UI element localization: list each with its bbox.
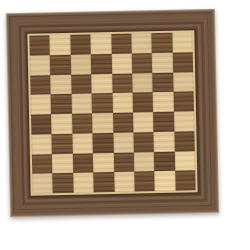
board-square [152,52,173,72]
board-square [32,154,53,174]
board-square [174,131,195,151]
board-square [72,113,93,133]
board-square [172,32,193,52]
playing-area [27,30,197,195]
board-square [91,54,112,74]
board-square [154,171,175,191]
board-square [134,152,155,172]
board-square [132,53,153,73]
board-square [113,152,134,172]
board-square [154,131,175,151]
board-square [52,153,73,173]
board-square [112,73,133,93]
board-photo [0,0,250,250]
board-square [131,33,152,53]
board-square [30,75,51,95]
board-square [111,34,132,54]
board-square [173,72,194,92]
board-square [153,112,174,132]
board-square [114,172,135,192]
board-square [52,134,73,154]
board-square [70,34,91,54]
board-square [132,73,153,93]
board-square [92,93,113,113]
board-square [132,92,153,112]
board-square [73,153,94,173]
board-square [91,74,112,94]
board-square [50,55,71,75]
chess-board [6,9,219,217]
board-square [153,92,174,112]
board-square [93,152,114,172]
board-square [51,114,72,134]
board-square [71,94,92,114]
board-square [175,171,196,191]
board-square [133,132,154,152]
board-square [51,94,72,114]
board-square [31,95,52,115]
board-square [92,113,113,133]
board-square [71,54,92,74]
board-square [90,34,111,54]
board-square [30,55,51,75]
board-square [113,113,134,133]
board-square [73,173,94,193]
board-square [72,133,93,153]
board-square [51,74,72,94]
board-square [50,35,71,55]
board-square [172,52,193,72]
board-square [173,92,194,112]
board-square [29,35,50,55]
board-grid [29,32,195,193]
board-square [174,111,195,131]
board-square [111,53,132,73]
board-square [71,74,92,94]
board-square [133,112,154,132]
board-square [174,151,195,171]
board-square [32,174,53,194]
board-square [134,171,155,191]
board-square [112,93,133,113]
board-square [31,114,52,134]
board-square [152,72,173,92]
board-square [154,151,175,171]
board-square [31,134,52,154]
board-square [152,33,173,53]
board-square [93,172,114,192]
board-square [53,173,74,193]
board-square [113,132,134,152]
board-square [93,133,114,153]
